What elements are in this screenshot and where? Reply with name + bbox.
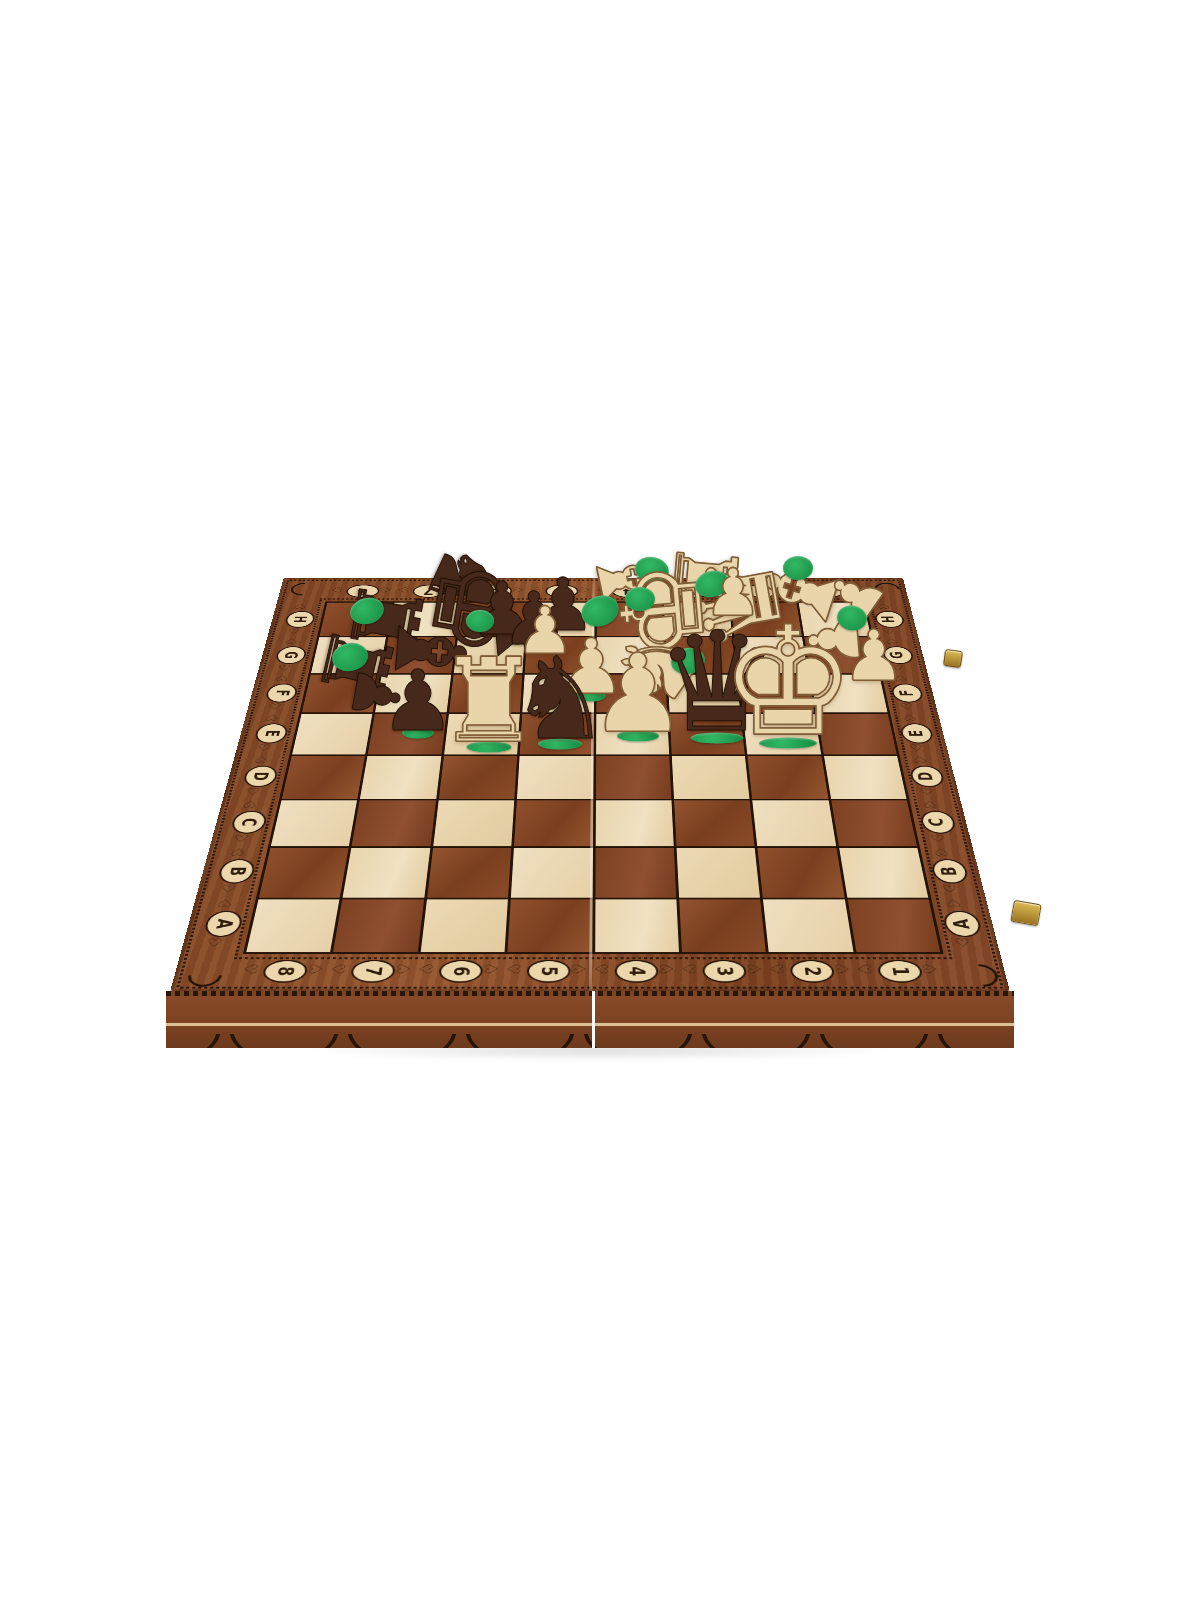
heart-scroll-ornament: ♡ [256, 743, 272, 752]
square [735, 637, 808, 673]
square [731, 603, 802, 637]
heart-scroll-ornament: ♡ [287, 628, 301, 635]
heart-scroll-ornament: ♡ [462, 587, 476, 593]
heart-scroll-ornament: ♡ [229, 847, 246, 857]
square [596, 714, 669, 754]
coordinate-label: 7♡♡ [393, 581, 462, 599]
square [259, 848, 349, 897]
scallop-arcs [166, 1014, 1014, 1048]
square [824, 756, 907, 799]
coordinate-label: 1♡♡ [851, 954, 945, 985]
heart-scroll-ornament: ♡ [482, 964, 500, 974]
coordinate-label: 3♡♡ [677, 954, 767, 985]
heart-scroll-ornament: ♡ [595, 587, 608, 593]
heart-scroll-ornament: ♡ [941, 884, 959, 895]
heart-scroll-ornament: ♡ [219, 884, 237, 895]
heart-scroll-ornament: ♡ [922, 799, 938, 808]
chess-board: 8♡♡7♡♡6♡♡5♡♡4♡♡3♡♡2♡♡1♡♡8♡♡7♡♡6♡♡5♡♡4♡♡3… [170, 578, 1010, 992]
heart-scroll-ornament: ♡ [233, 834, 250, 844]
heart-scroll-ornament: ♡ [777, 587, 791, 593]
heart-scroll-ornament: ♡ [253, 755, 269, 764]
square [666, 637, 737, 673]
square [517, 756, 593, 799]
heart-scroll-ornament: ♡ [919, 787, 935, 796]
heart-scroll-ornament: ♡ [277, 664, 292, 672]
square [748, 756, 828, 799]
heart-scroll-ornament: ♡ [379, 587, 394, 593]
square [343, 848, 430, 897]
heart-scroll-ornament: ♡ [767, 964, 786, 974]
square [433, 800, 514, 846]
heart-scroll-ornament: ♡ [504, 964, 522, 974]
heart-scroll-ornament: ♡ [833, 964, 852, 974]
square [595, 800, 673, 846]
square [360, 756, 441, 799]
heart-scroll-ornament: ♡ [240, 964, 260, 974]
heart-scroll-ornament: ♡ [793, 587, 807, 593]
heart-scroll-ornament: ♡ [267, 703, 282, 711]
brass-clasp-lower [1010, 900, 1041, 927]
heart-scroll-ornament: ♡ [661, 587, 675, 593]
product-photo: 8♡♡7♡♡6♡♡5♡♡4♡♡3♡♡2♡♡1♡♡8♡♡7♡♡6♡♡5♡♡4♡♡3… [0, 0, 1200, 1600]
square [596, 637, 665, 673]
square [525, 637, 594, 673]
square [595, 848, 676, 897]
coordinate-label: 4♡♡ [593, 581, 660, 599]
heart-scroll-ornament: ♡ [216, 898, 234, 909]
square [508, 899, 593, 952]
coordinate-label: 5♡♡ [501, 954, 590, 985]
square [752, 800, 835, 846]
square [292, 714, 373, 754]
square [596, 603, 663, 637]
square [389, 603, 460, 637]
heart-scroll-ornament: ♡ [245, 787, 261, 796]
square [804, 637, 879, 673]
heart-scroll-ornament: ♡ [644, 587, 658, 593]
heart-scroll-ornament: ♡ [893, 674, 908, 682]
heart-scroll-ornament: ♡ [727, 587, 741, 593]
coordinate-label: 7♡♡ [324, 954, 416, 985]
heart-scroll-ornament: ♡ [329, 587, 344, 593]
square [520, 714, 594, 754]
square [743, 714, 821, 754]
square [831, 800, 917, 846]
square [320, 603, 393, 637]
coordinate-label: 6♡♡ [460, 581, 528, 599]
square [674, 800, 755, 846]
coordinate-label: 8♡♡ [236, 954, 330, 985]
heart-scroll-ornament: ♡ [899, 703, 914, 711]
heart-scroll-ornament: ♡ [416, 964, 435, 974]
heart-scroll-ornament: ♡ [745, 964, 764, 974]
square [522, 674, 593, 712]
square [527, 603, 594, 637]
heart-scroll-ornament: ♡ [394, 964, 413, 974]
heart-scroll-ornament: ♡ [395, 587, 409, 593]
heart-scroll-ornament: ♡ [920, 964, 940, 974]
heart-scroll-ornament: ♡ [274, 674, 289, 682]
heart-scroll-ornament: ♡ [528, 587, 542, 593]
heart-scroll-ornament: ♡ [293, 603, 307, 610]
board-scene: 8♡♡7♡♡6♡♡5♡♡4♡♡3♡♡2♡♡1♡♡8♡♡7♡♡6♡♡5♡♡4♡♡3… [170, 152, 1010, 992]
fold-seam-front [592, 991, 595, 1048]
square [427, 848, 511, 897]
square [333, 899, 424, 952]
square [454, 637, 525, 673]
heart-scroll-ornament: ♡ [570, 964, 588, 974]
heart-scroll-ornament: ♡ [284, 637, 298, 644]
square [302, 674, 380, 712]
heart-scroll-ornament: ♡ [592, 964, 610, 974]
hinge-pin-upper [943, 649, 963, 668]
square [672, 756, 750, 799]
square [758, 848, 845, 897]
square [458, 603, 527, 637]
coordinate-label: 1♡♡ [791, 581, 861, 599]
heart-scroll-ornament: ♡ [953, 937, 971, 948]
square [368, 714, 446, 754]
square [514, 800, 593, 846]
square [352, 800, 436, 846]
square [847, 899, 940, 952]
square [439, 756, 518, 799]
heart-scroll-ornament: ♡ [854, 964, 874, 974]
heart-scroll-ornament: ♡ [890, 664, 905, 672]
square [739, 674, 814, 712]
square [667, 674, 740, 712]
square [595, 899, 679, 952]
heart-scroll-ornament: ♡ [884, 637, 898, 644]
heart-scroll-ornament: ♡ [205, 937, 224, 948]
heart-scroll-ornament: ♡ [944, 898, 962, 909]
heart-scroll-ornament: ♡ [328, 964, 348, 974]
coordinate-label: 5♡♡ [526, 581, 593, 599]
heart-scroll-ornament: ♡ [882, 628, 896, 635]
square [763, 899, 853, 952]
square [282, 756, 365, 799]
coordinate-label: 4♡♡ [590, 954, 679, 985]
coordinate-label: 6♡♡ [413, 954, 504, 985]
square [679, 899, 766, 952]
box-front-face [166, 991, 1014, 1048]
square [670, 714, 745, 754]
heart-scroll-ornament: ♡ [242, 799, 259, 808]
heart-scroll-ornament: ♡ [843, 587, 858, 593]
square [596, 674, 667, 712]
square [444, 714, 520, 754]
square [375, 674, 451, 712]
heart-scroll-ornament: ♡ [711, 587, 725, 593]
heart-scroll-ornament: ♡ [680, 964, 698, 974]
coordinate-label: 2♡♡ [764, 954, 856, 985]
heart-scroll-ornament: ♡ [909, 743, 925, 752]
coordinate-label: 2♡♡ [725, 581, 794, 599]
square [839, 848, 928, 897]
square [420, 899, 508, 952]
square [382, 637, 455, 673]
square [511, 848, 593, 897]
heart-scroll-ornament: ♡ [306, 964, 326, 974]
heart-scroll-ornament: ♡ [578, 587, 591, 593]
square [798, 603, 870, 637]
square [810, 674, 887, 712]
heart-scroll-ornament: ♡ [902, 713, 917, 721]
square [311, 637, 386, 673]
square [449, 674, 522, 712]
square [246, 899, 340, 952]
square [271, 800, 358, 846]
square [664, 603, 733, 637]
heart-scroll-ornament: ♡ [929, 834, 946, 844]
square [676, 848, 760, 897]
rope-trim [166, 991, 1014, 996]
square [817, 714, 897, 754]
coordinate-label: 3♡♡ [659, 581, 727, 599]
heart-scroll-ornament: ♡ [264, 713, 279, 721]
coordinate-label: 8♡♡ [326, 581, 396, 599]
heart-scroll-ornament: ♡ [658, 964, 676, 974]
heart-scroll-ornament: ♡ [445, 587, 459, 593]
heart-scroll-ornament: ♡ [512, 587, 526, 593]
heart-scroll-ornament: ♡ [911, 755, 927, 764]
heart-scroll-ornament: ♡ [933, 847, 950, 857]
heart-scroll-ornament: ♡ [876, 603, 890, 610]
square [595, 756, 671, 799]
